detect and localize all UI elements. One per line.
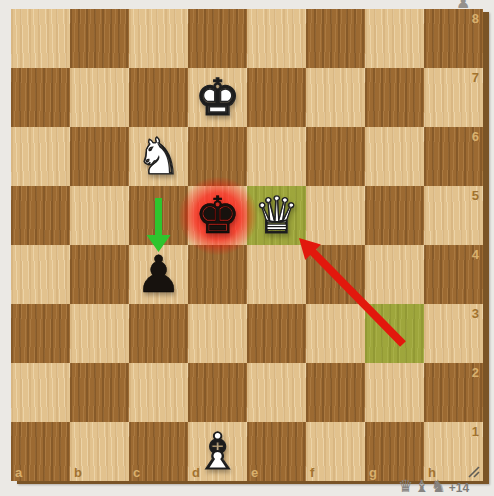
square-d8[interactable] bbox=[188, 9, 247, 68]
black-pawn[interactable] bbox=[129, 245, 188, 304]
rank-label-2: 2 bbox=[472, 366, 479, 379]
square-b1[interactable]: b bbox=[70, 422, 129, 481]
square-c3[interactable] bbox=[129, 304, 188, 363]
square-b4[interactable] bbox=[70, 245, 129, 304]
square-g8[interactable] bbox=[365, 9, 424, 68]
file-label-b: b bbox=[74, 466, 82, 479]
square-f3[interactable] bbox=[306, 304, 365, 363]
captured-queen-icon: ♛ bbox=[398, 477, 413, 496]
file-label-f: f bbox=[310, 466, 314, 479]
square-a8[interactable] bbox=[11, 9, 70, 68]
board-resize-handle[interactable] bbox=[466, 464, 482, 480]
white-captured-pieces-bar: ♛♝♞+14 bbox=[398, 477, 469, 496]
square-b8[interactable] bbox=[70, 9, 129, 68]
black-king[interactable] bbox=[188, 186, 247, 245]
square-e1[interactable]: e bbox=[247, 422, 306, 481]
square-d4[interactable] bbox=[188, 245, 247, 304]
square-c2[interactable] bbox=[129, 363, 188, 422]
square-f4[interactable] bbox=[306, 245, 365, 304]
square-f5[interactable] bbox=[306, 186, 365, 245]
square-a5[interactable] bbox=[11, 186, 70, 245]
square-g7[interactable] bbox=[365, 68, 424, 127]
file-label-a: a bbox=[15, 466, 22, 479]
square-g3[interactable] bbox=[365, 304, 424, 363]
rank-label-8: 8 bbox=[472, 12, 479, 25]
square-d2[interactable] bbox=[188, 363, 247, 422]
captured-knight-icon: ♞ bbox=[431, 477, 446, 496]
square-f8[interactable] bbox=[306, 9, 365, 68]
square-g6[interactable] bbox=[365, 127, 424, 186]
square-h8[interactable]: 8 bbox=[424, 9, 483, 68]
square-a6[interactable] bbox=[11, 127, 70, 186]
white-knight[interactable] bbox=[129, 127, 188, 186]
square-c7[interactable] bbox=[129, 68, 188, 127]
square-c1[interactable]: c bbox=[129, 422, 188, 481]
square-g2[interactable] bbox=[365, 363, 424, 422]
square-c5[interactable] bbox=[129, 186, 188, 245]
square-d6[interactable] bbox=[188, 127, 247, 186]
square-h3[interactable]: 3 bbox=[424, 304, 483, 363]
square-h2[interactable]: 2 bbox=[424, 363, 483, 422]
square-e8[interactable] bbox=[247, 9, 306, 68]
captured-bishop-icon: ♝ bbox=[414, 477, 429, 496]
square-f7[interactable] bbox=[306, 68, 365, 127]
square-b7[interactable] bbox=[70, 68, 129, 127]
file-label-c: c bbox=[133, 466, 140, 479]
square-b3[interactable] bbox=[70, 304, 129, 363]
rank-label-3: 3 bbox=[472, 307, 479, 320]
square-e3[interactable] bbox=[247, 304, 306, 363]
square-a1[interactable]: a bbox=[11, 422, 70, 481]
square-h6[interactable]: 6 bbox=[424, 127, 483, 186]
captured-pawn-icon: ♟ bbox=[456, 0, 470, 12]
rank-label-6: 6 bbox=[472, 130, 479, 143]
chess-analysis-view: 8765432abcdefgh1 ♟ ♛♝♞+14 bbox=[0, 0, 494, 496]
square-d3[interactable] bbox=[188, 304, 247, 363]
rank-label-4: 4 bbox=[472, 248, 479, 261]
white-king[interactable] bbox=[188, 68, 247, 127]
square-g1[interactable]: g bbox=[365, 422, 424, 481]
square-e6[interactable] bbox=[247, 127, 306, 186]
square-e4[interactable] bbox=[247, 245, 306, 304]
square-e2[interactable] bbox=[247, 363, 306, 422]
square-f6[interactable] bbox=[306, 127, 365, 186]
square-h5[interactable]: 5 bbox=[424, 186, 483, 245]
file-label-e: e bbox=[251, 466, 258, 479]
square-g5[interactable] bbox=[365, 186, 424, 245]
chess-board[interactable]: 8765432abcdefgh1 bbox=[11, 9, 483, 481]
square-b2[interactable] bbox=[70, 363, 129, 422]
square-h7[interactable]: 7 bbox=[424, 68, 483, 127]
square-g4[interactable] bbox=[365, 245, 424, 304]
rank-label-1: 1 bbox=[472, 425, 479, 438]
white-bishop[interactable] bbox=[188, 422, 247, 481]
square-a3[interactable] bbox=[11, 304, 70, 363]
square-c8[interactable] bbox=[129, 9, 188, 68]
square-a4[interactable] bbox=[11, 245, 70, 304]
black-captured-pieces-bar: ♟ bbox=[456, 0, 470, 12]
square-h4[interactable]: 4 bbox=[424, 245, 483, 304]
square-b5[interactable] bbox=[70, 186, 129, 245]
square-f2[interactable] bbox=[306, 363, 365, 422]
rank-label-7: 7 bbox=[472, 71, 479, 84]
square-a7[interactable] bbox=[11, 68, 70, 127]
rank-label-5: 5 bbox=[472, 189, 479, 202]
file-label-g: g bbox=[369, 466, 377, 479]
square-e7[interactable] bbox=[247, 68, 306, 127]
square-a2[interactable] bbox=[11, 363, 70, 422]
white-queen[interactable] bbox=[247, 186, 306, 245]
square-b6[interactable] bbox=[70, 127, 129, 186]
square-f1[interactable]: f bbox=[306, 422, 365, 481]
